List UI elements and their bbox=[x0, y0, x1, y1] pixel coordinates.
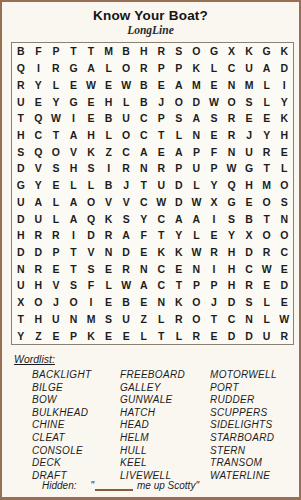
hidden-open-quote: " bbox=[90, 480, 94, 491]
grid-cell: A bbox=[188, 210, 206, 227]
grid-cell: K bbox=[82, 143, 100, 160]
grid-cell: P bbox=[65, 327, 83, 344]
grid-cell: G bbox=[205, 43, 223, 60]
grid-cell: L bbox=[258, 294, 276, 311]
grid-cell: B bbox=[12, 43, 30, 60]
grid-cell: W bbox=[47, 110, 65, 127]
grid-cell: R bbox=[170, 311, 188, 328]
grid-cell: U bbox=[12, 93, 30, 110]
grid-cell: Q bbox=[223, 177, 241, 194]
grid-cell: E bbox=[275, 294, 293, 311]
grid-cell: U bbox=[153, 177, 171, 194]
grid-cell: Q bbox=[30, 143, 48, 160]
grid-cell: Y bbox=[30, 177, 48, 194]
grid-cell: E bbox=[170, 260, 188, 277]
grid-cell: A bbox=[258, 60, 276, 77]
grid-cell: E bbox=[47, 327, 65, 344]
grid-cell: I bbox=[205, 210, 223, 227]
grid-cell: K bbox=[170, 244, 188, 261]
grid-cell: G bbox=[223, 193, 241, 210]
grid-cell: Y bbox=[170, 227, 188, 244]
grid-cell: O bbox=[275, 177, 293, 194]
grid-cell: O bbox=[223, 93, 241, 110]
grid-cell: T bbox=[65, 260, 83, 277]
grid-cell: C bbox=[240, 260, 258, 277]
grid-cell: C bbox=[223, 60, 241, 77]
grid-cell: M bbox=[82, 311, 100, 328]
grid-cell: O bbox=[65, 294, 83, 311]
grid-cell: R bbox=[117, 260, 135, 277]
grid-cell: T bbox=[12, 311, 30, 328]
grid-cell: B bbox=[240, 210, 258, 227]
grid-cell: G bbox=[240, 160, 258, 177]
grid-cell: O bbox=[47, 143, 65, 160]
grid-cell: K bbox=[275, 110, 293, 127]
grid-cell: X bbox=[205, 193, 223, 210]
grid-cell: Y bbox=[205, 177, 223, 194]
grid-cell: Q bbox=[30, 110, 48, 127]
wordlist-word: SCUPPERS bbox=[210, 407, 293, 420]
grid-cell: D bbox=[240, 327, 258, 344]
grid-cell: P bbox=[170, 60, 188, 77]
grid-cell: C bbox=[135, 127, 153, 144]
grid-cell: C bbox=[30, 127, 48, 144]
grid-cell: S bbox=[205, 110, 223, 127]
grid-cell: D bbox=[223, 294, 241, 311]
wordlist-word: PORT bbox=[210, 382, 293, 395]
grid-cell: M bbox=[258, 177, 276, 194]
grid-cell: M bbox=[188, 76, 206, 93]
grid-cell: E bbox=[65, 76, 83, 93]
wordlist-word: WATERLINE bbox=[210, 470, 293, 483]
grid-cell: P bbox=[188, 277, 206, 294]
grid-cell: L bbox=[82, 177, 100, 194]
grid-cell: W bbox=[117, 277, 135, 294]
wordlist-section: Wordlist: BACKLIGHTBILGEBOWBULKHEADCHINE… bbox=[14, 349, 293, 482]
grid-cell: R bbox=[47, 60, 65, 77]
wordlist-word: KEEL bbox=[120, 457, 210, 470]
grid-cell: A bbox=[65, 210, 83, 227]
wordlist-word: BILGE bbox=[32, 382, 120, 395]
grid-cell: C bbox=[153, 277, 171, 294]
grid-cell: N bbox=[223, 143, 241, 160]
grid-cell: Q bbox=[12, 60, 30, 77]
grid-cell: T bbox=[153, 327, 171, 344]
grid-cell: A bbox=[135, 277, 153, 294]
grid-cell: L bbox=[153, 311, 171, 328]
wordlist-word: CONSOLE bbox=[32, 445, 120, 458]
grid-cell: K bbox=[188, 60, 206, 77]
grid-cell: T bbox=[153, 127, 171, 144]
grid-cell: D bbox=[275, 60, 293, 77]
grid-cell: A bbox=[135, 143, 153, 160]
grid-cell: W bbox=[82, 76, 100, 93]
grid-cell: U bbox=[240, 143, 258, 160]
grid-cell: U bbox=[188, 160, 206, 177]
grid-cell: N bbox=[275, 210, 293, 227]
grid-cell: I bbox=[65, 227, 83, 244]
grid-cell: D bbox=[240, 244, 258, 261]
grid-cell: G bbox=[65, 93, 83, 110]
grid-cell: T bbox=[170, 277, 188, 294]
grid-cell: E bbox=[100, 294, 118, 311]
grid-cell: W bbox=[153, 193, 171, 210]
grid-cell: D bbox=[170, 193, 188, 210]
grid-cell: R bbox=[223, 110, 241, 127]
grid-cell: E bbox=[82, 93, 100, 110]
grid-cell: N bbox=[188, 127, 206, 144]
grid-cell: V bbox=[65, 143, 83, 160]
grid-cell: A bbox=[170, 210, 188, 227]
wordlist-column: MOTORWELLPORTRUDDERSCUPPERSSIDELIGHTSSTA… bbox=[210, 369, 293, 482]
grid-cell: G bbox=[12, 177, 30, 194]
grid-cell: N bbox=[188, 260, 206, 277]
grid-cell: Y bbox=[223, 227, 241, 244]
wordlist-word: RUDDER bbox=[210, 394, 293, 407]
grid-cell: B bbox=[135, 93, 153, 110]
grid-cell: E bbox=[205, 227, 223, 244]
grid-cell: M bbox=[240, 76, 258, 93]
grid-cell: S bbox=[12, 143, 30, 160]
grid-cell: R bbox=[47, 227, 65, 244]
grid-cell: H bbox=[82, 127, 100, 144]
wordlist-word: TRANSOM bbox=[210, 457, 293, 470]
grid-cell: L bbox=[275, 160, 293, 177]
grid-cell: L bbox=[258, 93, 276, 110]
grid-cell: L bbox=[100, 127, 118, 144]
wordlist-word: HULL bbox=[120, 445, 210, 458]
grid-cell: S bbox=[82, 160, 100, 177]
grid-cell: C bbox=[153, 260, 171, 277]
grid-cell: E bbox=[275, 260, 293, 277]
grid-cell: S bbox=[82, 260, 100, 277]
grid-cell: I bbox=[205, 260, 223, 277]
grid-cell: E bbox=[117, 327, 135, 344]
grid-cell: N bbox=[223, 76, 241, 93]
grid-cell: P bbox=[188, 143, 206, 160]
grid-cell: Q bbox=[82, 210, 100, 227]
wordlist-word: BULKHEAD bbox=[32, 407, 120, 420]
grid-cell: A bbox=[117, 227, 135, 244]
grid-cell: V bbox=[30, 160, 48, 177]
grid-cell: E bbox=[153, 143, 171, 160]
grid-cell: N bbox=[153, 294, 171, 311]
grid-cell: S bbox=[170, 43, 188, 60]
wordlist-word: HATCH bbox=[120, 407, 210, 420]
grid-cell: W bbox=[205, 93, 223, 110]
grid-cell: E bbox=[205, 127, 223, 144]
grid-cell: S bbox=[100, 311, 118, 328]
grid-cell: K bbox=[170, 294, 188, 311]
grid-cell: P bbox=[47, 244, 65, 261]
wordlist-word: MOTORWELL bbox=[210, 369, 293, 382]
hidden-label: Hidden: bbox=[42, 480, 76, 491]
grid-cell: R bbox=[30, 260, 48, 277]
grid-cell: P bbox=[205, 160, 223, 177]
grid-cell: E bbox=[153, 76, 171, 93]
grid-cell: H bbox=[135, 43, 153, 60]
grid-cell: H bbox=[12, 227, 30, 244]
grid-cell: X bbox=[240, 227, 258, 244]
grid-cell: L bbox=[65, 177, 83, 194]
hidden-suffix: me up Scotty" bbox=[137, 480, 199, 491]
grid-cell: O bbox=[188, 311, 206, 328]
grid-cell: R bbox=[188, 327, 206, 344]
grid-cell: I bbox=[275, 76, 293, 93]
puzzle-title: Know Your Boat? bbox=[2, 2, 299, 23]
grid-cell: P bbox=[47, 43, 65, 60]
grid-cell: R bbox=[153, 43, 171, 60]
grid-cell: L bbox=[258, 76, 276, 93]
wordlist-word: BACKLIGHT bbox=[32, 369, 120, 382]
grid-cell: E bbox=[240, 193, 258, 210]
wordlist-heading: Wordlist: bbox=[14, 353, 55, 365]
grid-cell: R bbox=[223, 127, 241, 144]
grid-cell: L bbox=[47, 193, 65, 210]
grid-cell: I bbox=[30, 60, 48, 77]
grid-cell: V bbox=[82, 244, 100, 261]
grid-cell: A bbox=[65, 127, 83, 144]
grid-cell: E bbox=[258, 277, 276, 294]
grid-cell: O bbox=[117, 127, 135, 144]
grid-cell: S bbox=[223, 210, 241, 227]
grid-cell: N bbox=[135, 260, 153, 277]
grid-cell: L bbox=[258, 311, 276, 328]
grid-cell: X bbox=[223, 43, 241, 60]
grid-cell: R bbox=[205, 244, 223, 261]
grid-cell: B bbox=[117, 294, 135, 311]
wordlist-word: STARBOARD bbox=[210, 432, 293, 445]
grid-cell: F bbox=[205, 143, 223, 160]
grid-cell: D bbox=[275, 277, 293, 294]
grid-cell: H bbox=[30, 277, 48, 294]
grid-cell: S bbox=[240, 93, 258, 110]
grid-cell: R bbox=[135, 60, 153, 77]
grid-cell: P bbox=[153, 110, 171, 127]
grid-cell: O bbox=[82, 193, 100, 210]
grid-cell: Y bbox=[47, 93, 65, 110]
grid-cell: W bbox=[188, 244, 206, 261]
grid-cell: M bbox=[100, 43, 118, 60]
grid-cell: B bbox=[117, 43, 135, 60]
wordlist-word: FREEBOARD bbox=[120, 369, 210, 382]
grid-cell: N bbox=[240, 311, 258, 328]
grid-cell: R bbox=[100, 227, 118, 244]
grid-cell: Y bbox=[12, 327, 30, 344]
grid-cell: E bbox=[205, 76, 223, 93]
grid-cell: U bbox=[12, 193, 30, 210]
grid-cell: A bbox=[170, 76, 188, 93]
grid-cell: A bbox=[30, 193, 48, 210]
grid-cell: R bbox=[117, 160, 135, 177]
grid-cell: D bbox=[30, 244, 48, 261]
grid-cell: I bbox=[100, 160, 118, 177]
grid-cell: E bbox=[205, 327, 223, 344]
grid-cell: W bbox=[275, 311, 293, 328]
grid-cell: E bbox=[100, 260, 118, 277]
grid-cell: E bbox=[275, 143, 293, 160]
grid-cell: T bbox=[12, 110, 30, 127]
grid-cell: G bbox=[258, 43, 276, 60]
grid-cell: J bbox=[240, 127, 258, 144]
grid-cell: Z bbox=[135, 311, 153, 328]
grid-cell: L bbox=[100, 277, 118, 294]
grid-cell: U bbox=[117, 311, 135, 328]
grid-cell: U bbox=[240, 60, 258, 77]
grid-cell: T bbox=[258, 160, 276, 177]
grid-cell: R bbox=[258, 244, 276, 261]
grid-cell: L bbox=[47, 76, 65, 93]
grid-cell: S bbox=[117, 210, 135, 227]
grid-cell: U bbox=[117, 110, 135, 127]
grid-cell: L bbox=[100, 60, 118, 77]
grid-cell: U bbox=[30, 210, 48, 227]
word-search-grid: BFPTTMBHRSOGXKGKQIRGALORPPKLCUADRYLEWEWB… bbox=[11, 42, 294, 345]
grid-cell: C bbox=[117, 143, 135, 160]
wordlist-word: HEAD bbox=[120, 419, 210, 432]
grid-cell: E bbox=[240, 110, 258, 127]
grid-cell: T bbox=[153, 227, 171, 244]
grid-cell: I bbox=[65, 110, 83, 127]
grid-cell: S bbox=[65, 277, 83, 294]
grid-cell: D bbox=[223, 327, 241, 344]
wordlist-word: GALLEY bbox=[120, 382, 210, 395]
grid-cell: U bbox=[258, 327, 276, 344]
grid-cell: T bbox=[205, 311, 223, 328]
grid-cell: X bbox=[12, 294, 30, 311]
grid-cell: K bbox=[275, 43, 293, 60]
grid-cell: E bbox=[82, 110, 100, 127]
grid-cell: H bbox=[30, 311, 48, 328]
wordlist-word: BOW bbox=[32, 394, 120, 407]
wordlist-word: STERN bbox=[210, 445, 293, 458]
wordlist-word: SIDELIGHTS bbox=[210, 419, 293, 432]
grid-cell: K bbox=[153, 244, 171, 261]
grid-cell: E bbox=[100, 327, 118, 344]
grid-cell: W bbox=[117, 76, 135, 93]
grid-cell: S bbox=[47, 160, 65, 177]
grid-cell: I bbox=[82, 294, 100, 311]
grid-cell: C bbox=[275, 244, 293, 261]
grid-cell: Y bbox=[275, 93, 293, 110]
grid-cell: N bbox=[12, 260, 30, 277]
grid-cell: T bbox=[258, 210, 276, 227]
grid-cell: L bbox=[188, 177, 206, 194]
grid-cell: C bbox=[223, 311, 241, 328]
grid-cell: R bbox=[12, 76, 30, 93]
grid-cell: E bbox=[135, 244, 153, 261]
grid-cell: T bbox=[47, 127, 65, 144]
grid-cell: O bbox=[170, 93, 188, 110]
grid-cell: T bbox=[82, 43, 100, 60]
grid-cell: L bbox=[188, 227, 206, 244]
grid-cell: C bbox=[135, 110, 153, 127]
grid-cell: O bbox=[258, 193, 276, 210]
grid-cell: D bbox=[82, 227, 100, 244]
grid-cell: H bbox=[100, 93, 118, 110]
grid-cell: K bbox=[240, 43, 258, 60]
grid-cell: O bbox=[258, 227, 276, 244]
hidden-answer-line: Hidden: " me up Scotty" bbox=[42, 480, 199, 491]
grid-cell: U bbox=[47, 311, 65, 328]
wordlist-word: CLEAT bbox=[32, 432, 120, 445]
grid-cell: E bbox=[258, 110, 276, 127]
wordlist-column: FREEBOARDGALLEYGUNWALEHATCHHEADHELMHULLK… bbox=[120, 369, 210, 482]
grid-cell: D bbox=[12, 244, 30, 261]
grid-cell: B bbox=[135, 76, 153, 93]
grid-cell: P bbox=[205, 277, 223, 294]
grid-cell: F bbox=[30, 43, 48, 60]
grid-cell: S bbox=[170, 110, 188, 127]
grid-cell: B bbox=[100, 177, 118, 194]
grid-cell: E bbox=[30, 93, 48, 110]
grid-cell: A bbox=[170, 143, 188, 160]
grid-cell: U bbox=[12, 277, 30, 294]
grid-cell: A bbox=[82, 60, 100, 77]
grid-cell: H bbox=[223, 260, 241, 277]
grid-cell: V bbox=[117, 193, 135, 210]
grid-cell: D bbox=[117, 244, 135, 261]
grid-cell: J bbox=[47, 294, 65, 311]
grid-cell: D bbox=[170, 177, 188, 194]
grid-cell: D bbox=[188, 93, 206, 110]
grid-cell: O bbox=[117, 60, 135, 77]
grid-cell: V bbox=[47, 277, 65, 294]
grid-cell: O bbox=[30, 294, 48, 311]
grid-cell: Y bbox=[30, 76, 48, 93]
grid-cell: O bbox=[188, 43, 206, 60]
grid-cell: L bbox=[117, 93, 135, 110]
grid-cell: K bbox=[100, 210, 118, 227]
grid-cell: J bbox=[117, 177, 135, 194]
grid-cell: T bbox=[65, 244, 83, 261]
grid-cell: H bbox=[223, 277, 241, 294]
grid-cell: T bbox=[135, 177, 153, 194]
wordlist-column: BACKLIGHTBILGEBOWBULKHEADCHINECLEATCONSO… bbox=[32, 369, 120, 482]
grid-cell: R bbox=[30, 227, 48, 244]
grid-cell: E bbox=[135, 294, 153, 311]
wordlist-word: HELM bbox=[120, 432, 210, 445]
grid-cell: L bbox=[205, 60, 223, 77]
grid-cell: P bbox=[153, 60, 171, 77]
grid-cell: W bbox=[258, 260, 276, 277]
grid-cell: O bbox=[188, 294, 206, 311]
puzzle-frame: Know Your Boat? LongLine BFPTTMBHRSOGXKG… bbox=[0, 0, 301, 500]
hidden-answer-blank bbox=[95, 480, 133, 491]
wordlist-word: DECK bbox=[32, 457, 120, 470]
grid-cell: P bbox=[170, 160, 188, 177]
wordlist-columns: BACKLIGHTBILGEBOWBULKHEADCHINECLEATCONSO… bbox=[14, 369, 293, 482]
grid-cell: W bbox=[223, 160, 241, 177]
grid-cell: L bbox=[170, 127, 188, 144]
grid-cell: K bbox=[82, 327, 100, 344]
grid-cell: N bbox=[100, 244, 118, 261]
grid-cell: H bbox=[240, 177, 258, 194]
grid-cell: H bbox=[275, 127, 293, 144]
grid-cell: S bbox=[240, 294, 258, 311]
grid-cell: D bbox=[12, 210, 30, 227]
grid-cell: B bbox=[100, 110, 118, 127]
grid-cell: R bbox=[258, 143, 276, 160]
grid-cell: D bbox=[12, 160, 30, 177]
grid-cell: E bbox=[47, 177, 65, 194]
grid-cell: C bbox=[135, 193, 153, 210]
grid-cell: E bbox=[47, 260, 65, 277]
grid-cell: L bbox=[47, 210, 65, 227]
grid-cell: Y bbox=[258, 127, 276, 144]
grid-cell: R bbox=[275, 327, 293, 344]
grid-cell: A bbox=[188, 110, 206, 127]
